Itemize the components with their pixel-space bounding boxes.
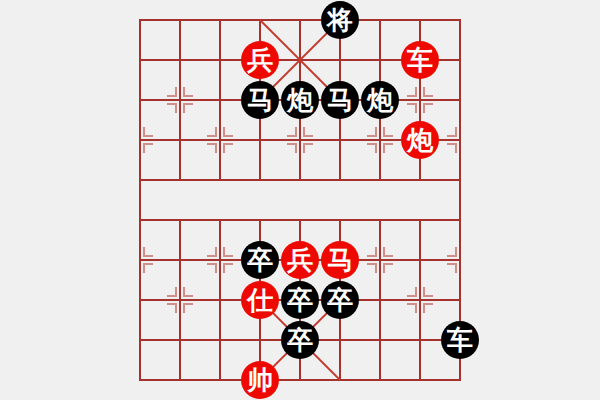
piece-red-soldier[interactable]: 兵 [241, 41, 279, 79]
piece-red-cannon[interactable]: 炮 [401, 121, 439, 159]
piece-black-horse[interactable]: 马 [241, 81, 279, 119]
piece-black-soldier[interactable]: 卒 [321, 281, 359, 319]
piece-red-chariot[interactable]: 车 [401, 41, 439, 79]
xiangqi-diagram: 将兵车马炮马炮炮卒兵马仕卒卒卒车帅 [0, 0, 600, 400]
piece-black-chariot[interactable]: 车 [441, 321, 479, 359]
piece-black-soldier[interactable]: 卒 [241, 241, 279, 279]
piece-black-soldier[interactable]: 卒 [281, 321, 319, 359]
piece-black-general[interactable]: 将 [321, 1, 359, 39]
piece-black-soldier[interactable]: 卒 [281, 281, 319, 319]
piece-black-horse[interactable]: 马 [321, 81, 359, 119]
piece-black-cannon[interactable]: 炮 [281, 81, 319, 119]
piece-black-cannon[interactable]: 炮 [361, 81, 399, 119]
xiangqi-board: 将兵车马炮马炮炮卒兵马仕卒卒卒车帅 [120, 0, 480, 400]
piece-red-advisor[interactable]: 仕 [241, 281, 279, 319]
piece-red-general[interactable]: 帅 [241, 361, 279, 399]
piece-red-soldier[interactable]: 兵 [281, 241, 319, 279]
piece-red-horse[interactable]: 马 [321, 241, 359, 279]
